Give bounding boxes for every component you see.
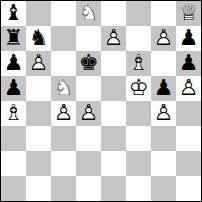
square-h2[interactable] xyxy=(176,151,201,176)
piece-outline-layer: ♘ xyxy=(76,1,101,26)
square-e1[interactable] xyxy=(101,176,126,201)
piece-outline-layer: ♕ xyxy=(176,1,201,26)
piece-outline-layer: ♙ xyxy=(151,101,176,126)
piece-outline-layer: ♘ xyxy=(51,76,76,101)
square-e4[interactable] xyxy=(101,101,126,126)
white-king-icon[interactable]: ♚♔ xyxy=(126,76,151,101)
square-c5[interactable]: ♞♘ xyxy=(51,76,76,101)
square-h3[interactable] xyxy=(176,126,201,151)
square-d5[interactable] xyxy=(76,76,101,101)
square-h7[interactable]: ♟ xyxy=(176,26,201,51)
square-b2[interactable] xyxy=(26,151,51,176)
square-c2[interactable] xyxy=(51,151,76,176)
square-f1[interactable] xyxy=(126,176,151,201)
square-g1[interactable] xyxy=(151,176,176,201)
piece-outline-layer: ♙ xyxy=(101,26,126,51)
square-a5[interactable]: ♟ xyxy=(1,76,26,101)
piece-outline-layer: ♙ xyxy=(51,101,76,126)
square-a1[interactable] xyxy=(1,176,26,201)
square-h6[interactable]: ♟ xyxy=(176,51,201,76)
square-d1[interactable] xyxy=(76,176,101,201)
square-h8[interactable]: ♛♕ xyxy=(176,1,201,26)
square-e8[interactable] xyxy=(101,1,126,26)
square-h4[interactable] xyxy=(176,101,201,126)
square-f7[interactable] xyxy=(126,26,151,51)
black-king-icon[interactable]: ♚ xyxy=(76,51,101,76)
black-bishop-icon[interactable]: ♝ xyxy=(1,1,26,26)
square-f3[interactable] xyxy=(126,126,151,151)
square-d6[interactable]: ♚ xyxy=(76,51,101,76)
white-bishop-icon[interactable]: ♝♗ xyxy=(126,51,151,76)
square-c1[interactable] xyxy=(51,176,76,201)
square-d4[interactable]: ♟♙ xyxy=(76,101,101,126)
piece-outline-layer: ♗ xyxy=(126,51,151,76)
square-b4[interactable] xyxy=(26,101,51,126)
white-pawn-icon[interactable]: ♟♙ xyxy=(51,101,76,126)
square-g7[interactable]: ♟♙ xyxy=(151,26,176,51)
square-g6[interactable] xyxy=(151,51,176,76)
white-queen-icon[interactable]: ♛♕ xyxy=(176,1,201,26)
square-f4[interactable] xyxy=(126,101,151,126)
square-f2[interactable] xyxy=(126,151,151,176)
square-d3[interactable] xyxy=(76,126,101,151)
square-c7[interactable] xyxy=(51,26,76,51)
square-b6[interactable]: ♟♙ xyxy=(26,51,51,76)
white-pawn-icon[interactable]: ♟♙ xyxy=(76,101,101,126)
piece-outline-layer: ♙ xyxy=(151,26,176,51)
black-knight-icon[interactable]: ♞ xyxy=(26,26,51,51)
white-pawn-icon[interactable]: ♟♙ xyxy=(101,26,126,51)
square-e5[interactable] xyxy=(101,76,126,101)
square-g8[interactable] xyxy=(151,1,176,26)
square-b1[interactable] xyxy=(26,176,51,201)
white-bishop-icon[interactable]: ♝♗ xyxy=(1,101,26,126)
square-f6[interactable]: ♝♗ xyxy=(126,51,151,76)
square-h1[interactable] xyxy=(176,176,201,201)
white-pawn-icon[interactable]: ♟♙ xyxy=(26,51,51,76)
square-a2[interactable] xyxy=(1,151,26,176)
piece-outline-layer: ♙ xyxy=(26,51,51,76)
square-g4[interactable]: ♟♙ xyxy=(151,101,176,126)
white-pawn-icon[interactable]: ♟♙ xyxy=(151,101,176,126)
square-c8[interactable] xyxy=(51,1,76,26)
square-c6[interactable] xyxy=(51,51,76,76)
square-b8[interactable] xyxy=(26,1,51,26)
chess-board: ♝♞♘♛♕♜♞♟♙♟♙♟♟♟♙♚♝♗♟♟♞♘♚♔♟♟♙♝♗♟♙♟♙♟♙ xyxy=(0,0,202,202)
square-a6[interactable]: ♟ xyxy=(1,51,26,76)
square-h5[interactable]: ♟♙ xyxy=(176,76,201,101)
square-b5[interactable] xyxy=(26,76,51,101)
square-g5[interactable]: ♟ xyxy=(151,76,176,101)
square-e6[interactable] xyxy=(101,51,126,76)
square-g2[interactable] xyxy=(151,151,176,176)
white-pawn-icon[interactable]: ♟♙ xyxy=(151,26,176,51)
square-a4[interactable]: ♝♗ xyxy=(1,101,26,126)
square-e2[interactable] xyxy=(101,151,126,176)
piece-outline-layer: ♗ xyxy=(1,101,26,126)
square-d7[interactable] xyxy=(76,26,101,51)
black-rook-icon[interactable]: ♜ xyxy=(1,26,26,51)
square-c4[interactable]: ♟♙ xyxy=(51,101,76,126)
square-e7[interactable]: ♟♙ xyxy=(101,26,126,51)
square-a3[interactable] xyxy=(1,126,26,151)
square-c3[interactable] xyxy=(51,126,76,151)
piece-outline-layer: ♙ xyxy=(76,101,101,126)
black-pawn-icon[interactable]: ♟ xyxy=(176,26,201,51)
white-pawn-icon[interactable]: ♟♙ xyxy=(176,76,201,101)
square-e3[interactable] xyxy=(101,126,126,151)
black-pawn-icon[interactable]: ♟ xyxy=(151,76,176,101)
square-b7[interactable]: ♞ xyxy=(26,26,51,51)
square-a8[interactable]: ♝ xyxy=(1,1,26,26)
square-a7[interactable]: ♜ xyxy=(1,26,26,51)
black-pawn-icon[interactable]: ♟ xyxy=(176,51,201,76)
square-g3[interactable] xyxy=(151,126,176,151)
square-f5[interactable]: ♚♔ xyxy=(126,76,151,101)
piece-outline-layer: ♙ xyxy=(176,76,201,101)
black-pawn-icon[interactable]: ♟ xyxy=(1,51,26,76)
square-b3[interactable] xyxy=(26,126,51,151)
square-d8[interactable]: ♞♘ xyxy=(76,1,101,26)
white-knight-icon[interactable]: ♞♘ xyxy=(51,76,76,101)
square-f8[interactable] xyxy=(126,1,151,26)
black-pawn-icon[interactable]: ♟ xyxy=(1,76,26,101)
square-d2[interactable] xyxy=(76,151,101,176)
piece-outline-layer: ♔ xyxy=(126,76,151,101)
white-knight-icon[interactable]: ♞♘ xyxy=(76,1,101,26)
